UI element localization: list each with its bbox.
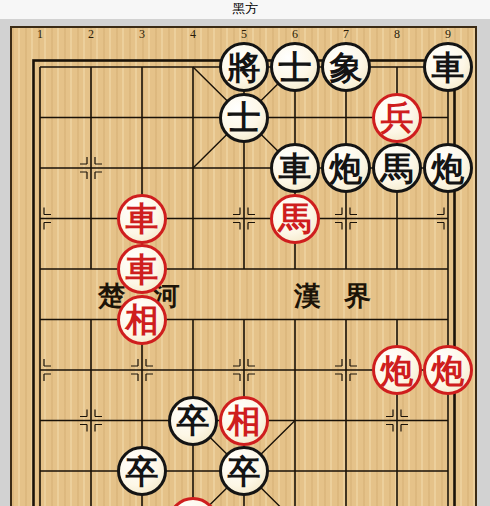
piece-black-士-f5r2[interactable]: 士	[219, 93, 269, 143]
piece-glyph: 炮	[330, 152, 363, 185]
xiangqi-app: 黑方 123456789 楚河 漢界 將士象車士兵車炮馬炮車馬車相炮炮卒相卒卒帥	[0, 0, 490, 506]
piece-glyph: 相	[228, 404, 261, 437]
piece-glyph: 車	[126, 253, 159, 286]
piece-glyph: 馬	[381, 152, 414, 185]
piece-black-車-f6r3[interactable]: 車	[270, 143, 320, 193]
black-side-label: 黑方	[232, 0, 258, 17]
top-band: 黑方	[0, 0, 490, 19]
piece-black-卒-f3r9[interactable]: 卒	[117, 446, 167, 496]
piece-glyph: 兵	[381, 101, 414, 134]
piece-glyph: 象	[330, 51, 363, 84]
column-label-7: 7	[343, 28, 349, 40]
piece-glyph: 士	[228, 101, 261, 134]
piece-glyph: 馬	[279, 202, 312, 235]
column-label-2: 2	[88, 28, 94, 40]
column-label-8: 8	[394, 28, 400, 40]
piece-black-卒-f4r8[interactable]: 卒	[168, 396, 218, 446]
piece-black-象-f7r1[interactable]: 象	[321, 42, 371, 92]
piece-red-馬-f6r4[interactable]: 馬	[270, 194, 320, 244]
piece-glyph: 炮	[432, 152, 465, 185]
piece-black-卒-f5r9[interactable]: 卒	[219, 446, 269, 496]
piece-glyph: 卒	[228, 455, 261, 488]
piece-glyph: 卒	[126, 455, 159, 488]
xiangqi-board[interactable]: 123456789 楚河 漢界 將士象車士兵車炮馬炮車馬車相炮炮卒相卒卒帥	[10, 26, 477, 506]
piece-black-士-f6r1[interactable]: 士	[270, 42, 320, 92]
piece-red-炮-f8r7[interactable]: 炮	[372, 345, 422, 395]
piece-black-炮-f7r3[interactable]: 炮	[321, 143, 371, 193]
piece-glyph: 將	[228, 51, 261, 84]
piece-red-相-f3r6[interactable]: 相	[117, 295, 167, 345]
piece-red-車-f3r5[interactable]: 車	[117, 244, 167, 294]
piece-glyph: 車	[432, 51, 465, 84]
board-grid: 將士象車士兵車炮馬炮車馬車相炮炮卒相卒卒帥	[15, 42, 474, 506]
column-label-6: 6	[292, 28, 298, 40]
piece-glyph: 士	[279, 51, 312, 84]
piece-black-馬-f8r3[interactable]: 馬	[372, 143, 422, 193]
column-label-4: 4	[190, 28, 196, 40]
piece-glyph: 卒	[177, 404, 210, 437]
piece-black-將-f5r1[interactable]: 將	[219, 42, 269, 92]
column-label-5: 5	[241, 28, 247, 40]
piece-red-帥-f4r10[interactable]: 帥	[168, 497, 218, 506]
column-label-9: 9	[445, 28, 451, 40]
piece-glyph: 炮	[432, 354, 465, 387]
piece-glyph: 車	[126, 202, 159, 235]
piece-glyph: 車	[279, 152, 312, 185]
piece-glyph: 相	[126, 303, 159, 336]
piece-black-車-f9r1[interactable]: 車	[423, 42, 473, 92]
piece-red-相-f5r8[interactable]: 相	[219, 396, 269, 446]
piece-black-炮-f9r3[interactable]: 炮	[423, 143, 473, 193]
piece-glyph: 炮	[381, 354, 414, 387]
piece-red-炮-f9r7[interactable]: 炮	[423, 345, 473, 395]
column-label-3: 3	[139, 28, 145, 40]
piece-red-兵-f8r2[interactable]: 兵	[372, 93, 422, 143]
column-label-1: 1	[37, 28, 43, 40]
piece-red-車-f3r4[interactable]: 車	[117, 194, 167, 244]
